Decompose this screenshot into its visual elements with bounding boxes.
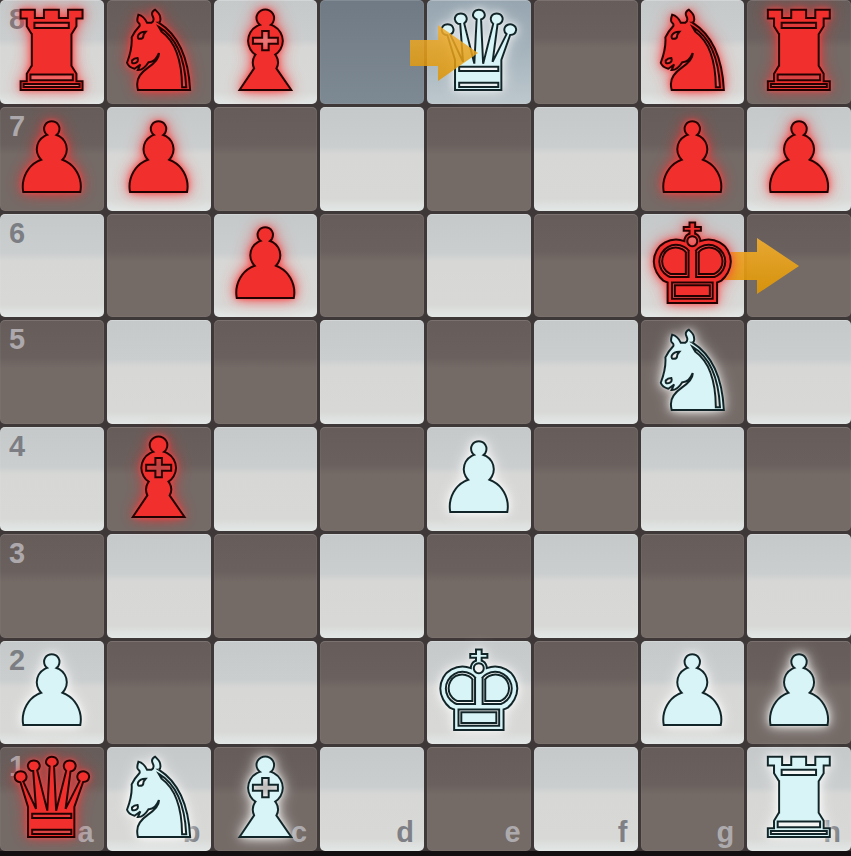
square-e4[interactable]: ♟ (427, 427, 531, 531)
square-d5[interactable] (320, 320, 424, 424)
square-f4[interactable] (534, 427, 638, 531)
square-d2[interactable] (320, 641, 424, 745)
square-h2[interactable]: ♟ (747, 641, 851, 745)
red-pawn-a7[interactable]: ♟ (8, 109, 95, 209)
square-h4[interactable] (747, 427, 851, 531)
square-b5[interactable] (107, 320, 211, 424)
square-e6[interactable] (427, 214, 531, 318)
square-c1[interactable]: c♝ (214, 747, 318, 851)
square-a6[interactable]: 6 (0, 214, 104, 318)
square-d3[interactable] (320, 534, 424, 638)
red-king-g6[interactable]: ♚ (643, 215, 742, 315)
square-h1[interactable]: h♜ (747, 747, 851, 851)
rank-label-6: 6 (9, 217, 25, 250)
square-c8[interactable]: ♝ (214, 0, 318, 104)
square-a8[interactable]: 8♜ (0, 0, 104, 104)
square-g6[interactable]: ♚ (641, 214, 745, 318)
square-b7[interactable]: ♟ (107, 107, 211, 211)
square-e3[interactable] (427, 534, 531, 638)
square-b6[interactable] (107, 214, 211, 318)
square-g8[interactable]: ♞ (641, 0, 745, 104)
red-pawn-c6[interactable]: ♟ (222, 215, 309, 315)
square-d8[interactable] (320, 0, 424, 104)
white-bishop-c1[interactable]: ♝ (216, 749, 315, 849)
square-a5[interactable]: 5 (0, 320, 104, 424)
square-g7[interactable]: ♟ (641, 107, 745, 211)
square-c5[interactable] (214, 320, 318, 424)
square-g5[interactable]: ♞ (641, 320, 745, 424)
rank-label-5: 5 (9, 323, 25, 356)
square-a2[interactable]: 2♟ (0, 641, 104, 745)
board-grid: 8♜♞♝♛♞♜7♟♟♟♟6♟♚5♞4♝♟32♟♚♟♟1a♛b♞c♝defgh♜ (0, 0, 851, 851)
file-label-g: g (717, 816, 735, 849)
white-king-e2[interactable]: ♚ (430, 642, 529, 742)
white-pawn-a2[interactable]: ♟ (8, 642, 95, 742)
red-knight-g8[interactable]: ♞ (643, 2, 742, 102)
white-knight-b1[interactable]: ♞ (109, 749, 208, 849)
square-a4[interactable]: 4 (0, 427, 104, 531)
square-d6[interactable] (320, 214, 424, 318)
square-f6[interactable] (534, 214, 638, 318)
square-e7[interactable] (427, 107, 531, 211)
square-h8[interactable]: ♜ (747, 0, 851, 104)
square-b4[interactable]: ♝ (107, 427, 211, 531)
red-pawn-h7[interactable]: ♟ (756, 109, 843, 209)
red-pawn-b7[interactable]: ♟ (115, 109, 202, 209)
square-e5[interactable] (427, 320, 531, 424)
red-knight-b8[interactable]: ♞ (109, 2, 208, 102)
square-b1[interactable]: b♞ (107, 747, 211, 851)
square-g1[interactable]: g (641, 747, 745, 851)
square-a7[interactable]: 7♟ (0, 107, 104, 211)
square-f3[interactable] (534, 534, 638, 638)
square-f7[interactable] (534, 107, 638, 211)
file-label-f: f (618, 816, 628, 849)
square-h3[interactable] (747, 534, 851, 638)
chess-board: 8♜♞♝♛♞♜7♟♟♟♟6♟♚5♞4♝♟32♟♚♟♟1a♛b♞c♝defgh♜ (0, 0, 851, 851)
square-f1[interactable]: f (534, 747, 638, 851)
white-pawn-g2[interactable]: ♟ (649, 642, 736, 742)
square-h6[interactable] (747, 214, 851, 318)
square-e2[interactable]: ♚ (427, 641, 531, 745)
square-f8[interactable] (534, 0, 638, 104)
square-f5[interactable] (534, 320, 638, 424)
square-b2[interactable] (107, 641, 211, 745)
red-queen-a1[interactable]: ♛ (3, 749, 102, 849)
white-rook-h1[interactable]: ♜ (750, 749, 849, 849)
red-rook-h8[interactable]: ♜ (750, 2, 849, 102)
file-label-d: d (396, 816, 414, 849)
square-d7[interactable] (320, 107, 424, 211)
white-queen-e8[interactable]: ♛ (430, 2, 529, 102)
square-f2[interactable] (534, 641, 638, 745)
square-c3[interactable] (214, 534, 318, 638)
red-bishop-b4[interactable]: ♝ (109, 429, 208, 529)
square-g4[interactable] (641, 427, 745, 531)
square-c4[interactable] (214, 427, 318, 531)
square-e1[interactable]: e (427, 747, 531, 851)
square-g3[interactable] (641, 534, 745, 638)
white-knight-g5[interactable]: ♞ (643, 322, 742, 422)
red-bishop-c8[interactable]: ♝ (216, 2, 315, 102)
square-c2[interactable] (214, 641, 318, 745)
file-label-e: e (505, 816, 521, 849)
square-e8[interactable]: ♛ (427, 0, 531, 104)
square-d1[interactable]: d (320, 747, 424, 851)
red-pawn-g7[interactable]: ♟ (649, 109, 736, 209)
square-c7[interactable] (214, 107, 318, 211)
square-b3[interactable] (107, 534, 211, 638)
square-d4[interactable] (320, 427, 424, 531)
square-h5[interactable] (747, 320, 851, 424)
white-pawn-e4[interactable]: ♟ (435, 429, 522, 529)
rank-label-3: 3 (9, 537, 25, 570)
square-g2[interactable]: ♟ (641, 641, 745, 745)
square-h7[interactable]: ♟ (747, 107, 851, 211)
white-pawn-h2[interactable]: ♟ (756, 642, 843, 742)
square-c6[interactable]: ♟ (214, 214, 318, 318)
square-a3[interactable]: 3 (0, 534, 104, 638)
square-a1[interactable]: 1a♛ (0, 747, 104, 851)
square-b8[interactable]: ♞ (107, 0, 211, 104)
rank-label-4: 4 (9, 430, 25, 463)
red-rook-a8[interactable]: ♜ (3, 2, 102, 102)
